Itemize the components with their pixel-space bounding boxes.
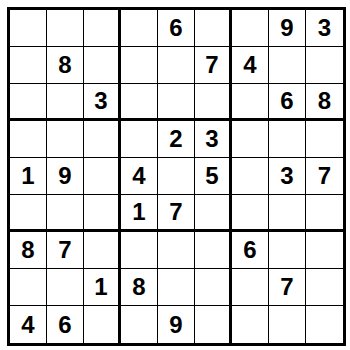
cell-r4c5: 2 [158,121,195,158]
cell-r8c3: 1 [84,269,121,306]
cell-r3c8: 6 [269,84,306,121]
cell-r5c7[interactable] [232,158,269,195]
cell-r2c1[interactable] [10,47,47,84]
cell-r5c5[interactable] [158,158,195,195]
cell-r3c7[interactable] [232,84,269,121]
cell-r7c9[interactable] [306,232,343,269]
cell-r1c1[interactable] [10,10,47,47]
cell-r9c2: 6 [47,306,84,343]
cell-r1c9: 3 [306,10,343,47]
cell-r4c6: 3 [195,121,232,158]
cell-r9c7[interactable] [232,306,269,343]
cell-r6c5: 7 [158,195,195,232]
cell-r3c1[interactable] [10,84,47,121]
cell-r4c2[interactable] [47,121,84,158]
cell-r5c8: 3 [269,158,306,195]
cell-r7c8[interactable] [269,232,306,269]
cell-r6c2[interactable] [47,195,84,232]
cell-r9c1: 4 [10,306,47,343]
cell-r6c8[interactable] [269,195,306,232]
given-digit: 1 [21,164,34,188]
cell-r4c3[interactable] [84,121,121,158]
cell-r1c6[interactable] [195,10,232,47]
cell-r7c1: 8 [10,232,47,269]
cell-r2c3[interactable] [84,47,121,84]
cell-r6c9[interactable] [306,195,343,232]
cell-r2c6: 7 [195,47,232,84]
cell-r7c7: 6 [232,232,269,269]
cell-r9c3[interactable] [84,306,121,343]
cell-r3c5[interactable] [158,84,195,121]
cell-r4c7[interactable] [232,121,269,158]
cell-r4c8[interactable] [269,121,306,158]
given-digit: 4 [21,313,34,337]
cell-r1c8: 9 [269,10,306,47]
cell-r9c6[interactable] [195,306,232,343]
cell-r6c7[interactable] [232,195,269,232]
given-digit: 7 [318,164,331,188]
cell-r5c4: 4 [121,158,158,195]
given-digit: 3 [94,89,107,113]
given-digit: 3 [205,127,218,151]
given-digit: 3 [318,16,331,40]
cell-r1c5: 6 [158,10,195,47]
given-digit: 8 [58,53,71,77]
given-digit: 1 [94,275,107,299]
given-digit: 6 [169,16,182,40]
cell-r7c4[interactable] [121,232,158,269]
cell-r5c6: 5 [195,158,232,195]
cell-r9c8[interactable] [269,306,306,343]
cell-r2c9[interactable] [306,47,343,84]
cell-r6c3[interactable] [84,195,121,232]
given-digit: 4 [132,164,145,188]
given-digit: 3 [280,164,293,188]
cell-r9c4[interactable] [121,306,158,343]
cell-r7c6[interactable] [195,232,232,269]
cell-r5c1: 1 [10,158,47,195]
given-digit: 1 [132,200,145,224]
cell-r2c4[interactable] [121,47,158,84]
given-digit: 7 [280,275,293,299]
cell-r9c9[interactable] [306,306,343,343]
cell-r5c2: 9 [47,158,84,195]
cell-r8c2[interactable] [47,269,84,306]
given-digit: 8 [132,275,145,299]
given-digit: 9 [58,164,71,188]
given-digit: 8 [21,238,34,262]
cell-r8c1[interactable] [10,269,47,306]
cell-r3c4[interactable] [121,84,158,121]
cell-r8c6[interactable] [195,269,232,306]
cell-r7c3[interactable] [84,232,121,269]
cell-r8c8: 7 [269,269,306,306]
cell-r1c3[interactable] [84,10,121,47]
cell-r1c2[interactable] [47,10,84,47]
cell-r3c3: 3 [84,84,121,121]
cell-r2c7: 4 [232,47,269,84]
cell-r9c5: 9 [158,306,195,343]
given-digit: 7 [58,238,71,262]
cell-r2c5[interactable] [158,47,195,84]
cell-r4c4[interactable] [121,121,158,158]
cell-r5c3[interactable] [84,158,121,195]
cell-r8c5[interactable] [158,269,195,306]
cell-r6c6[interactable] [195,195,232,232]
cell-r2c8[interactable] [269,47,306,84]
given-digit: 9 [169,313,182,337]
sudoku-board: 6938743682319453717876187469 [7,7,346,346]
cell-r1c7[interactable] [232,10,269,47]
cell-r6c4: 1 [121,195,158,232]
given-digit: 2 [169,127,182,151]
given-digit: 7 [169,200,182,224]
given-digit: 8 [318,89,331,113]
given-digit: 7 [205,53,218,77]
cell-r8c7[interactable] [232,269,269,306]
given-digit: 6 [58,313,71,337]
cell-r1c4[interactable] [121,10,158,47]
cell-r6c1[interactable] [10,195,47,232]
cell-r5c9: 7 [306,158,343,195]
cell-r4c1[interactable] [10,121,47,158]
given-digit: 6 [280,89,293,113]
cell-r2c2: 8 [47,47,84,84]
cell-r7c2: 7 [47,232,84,269]
cell-r4c9[interactable] [306,121,343,158]
given-digit: 9 [280,16,293,40]
cell-r7c5[interactable] [158,232,195,269]
given-digit: 6 [243,238,256,262]
cell-r3c2[interactable] [47,84,84,121]
cell-r3c9: 8 [306,84,343,121]
cell-r8c4: 8 [121,269,158,306]
cell-r8c9[interactable] [306,269,343,306]
cell-r3c6[interactable] [195,84,232,121]
given-digit: 5 [205,164,218,188]
given-digit: 4 [243,53,256,77]
